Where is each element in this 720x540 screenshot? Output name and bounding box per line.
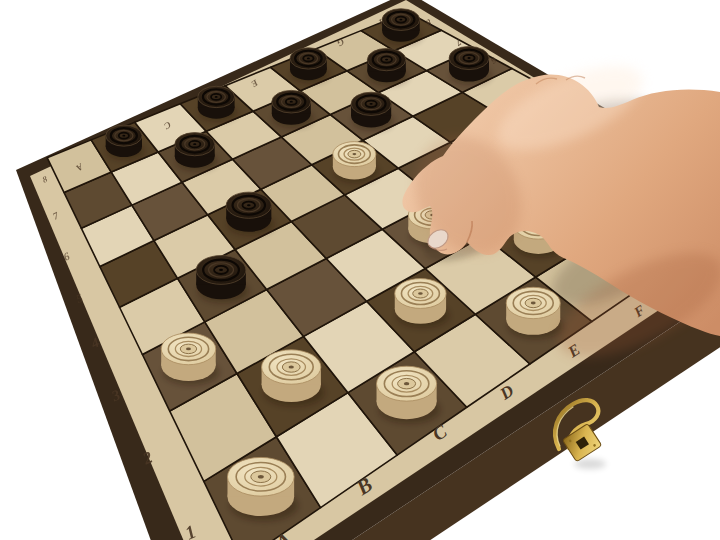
- checker-piece-light-a1[interactable]: [227, 457, 298, 520]
- checker-piece-light-e1[interactable]: [506, 287, 563, 338]
- checker-piece-light-c1[interactable]: [377, 366, 441, 423]
- checker-piece-dark-e7[interactable]: [272, 90, 313, 127]
- checker-piece-light-e5[interactable]: [333, 142, 379, 183]
- checker-piece-dark-c5[interactable]: [226, 192, 274, 235]
- checker-piece-dark-b4[interactable]: [196, 256, 249, 303]
- checker-piece-light-b2[interactable]: [262, 350, 325, 406]
- checker-piece-dark-d8[interactable]: [198, 86, 237, 121]
- checker-piece-dark-c7[interactable]: [175, 133, 217, 171]
- checker-piece-light-d2[interactable]: [395, 279, 449, 328]
- checker-piece-dark-f8[interactable]: [290, 48, 329, 83]
- checker-piece-dark-h6[interactable]: [449, 46, 491, 84]
- photo-scene: ABCDEFGH12345678ABCDEFGH12345678: [0, 0, 720, 540]
- checker-piece-light-a3[interactable]: [161, 333, 219, 385]
- checker-piece-dark-f6[interactable]: [351, 92, 394, 130]
- checker-piece-dark-h8[interactable]: [382, 9, 422, 45]
- checker-piece-dark-g7[interactable]: [367, 48, 408, 85]
- checkers-board-photo: ABCDEFGH12345678ABCDEFGH12345678: [0, 0, 720, 540]
- checker-piece-dark-b8[interactable]: [106, 125, 144, 160]
